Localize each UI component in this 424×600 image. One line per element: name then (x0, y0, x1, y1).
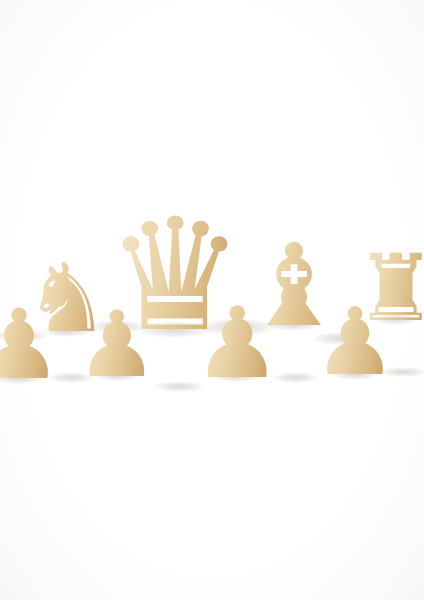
piece-light-pawn-1: ♟ (0, 297, 62, 394)
chess-pieces-photo: ♜♞♝♛♚♝♞♜♟♟♟♟♟♟♟♟ (0, 0, 424, 600)
piece-dark-pawn-2: ♟ (133, 301, 224, 403)
piece-dark-pawn-3: ♟ (254, 298, 339, 393)
